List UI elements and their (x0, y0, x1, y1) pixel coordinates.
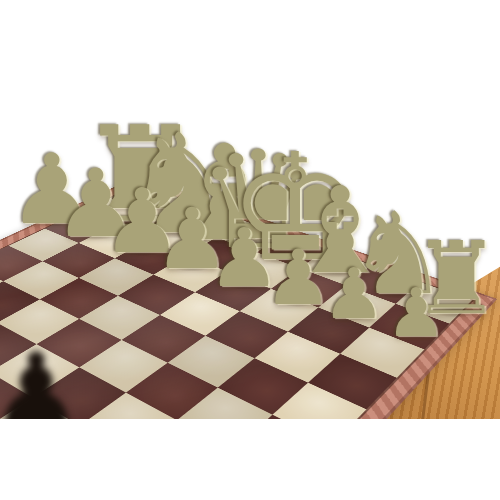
pieces-layer: ♜♞♝♛♚♝♞♜♟♟♟♟♟♟♟♟♟ (0, 0, 500, 419)
chess-piece-pawn: ♟ (323, 259, 386, 329)
chess-piece-pawn: ♟ (0, 340, 83, 419)
chess-piece-pawn: ♟ (386, 280, 446, 347)
photo-area: ♜♞♝♛♚♝♞♜♟♟♟♟♟♟♟♟♟ (0, 0, 500, 419)
product-photo: ♜♞♝♛♚♝♞♜♟♟♟♟♟♟♟♟♟ (0, 0, 500, 500)
